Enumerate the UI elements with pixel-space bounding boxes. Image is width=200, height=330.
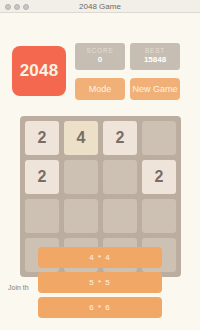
empty-cell xyxy=(142,121,176,155)
logo-tile: 2048 xyxy=(12,46,66,96)
mode-option-66[interactable]: 6 * 6 xyxy=(38,297,162,318)
mode-button[interactable]: Mode xyxy=(75,78,125,100)
new-game-button[interactable]: New Game xyxy=(130,78,180,100)
instructions-text: Join th xyxy=(8,284,29,291)
tile-2: 2 xyxy=(25,121,59,155)
empty-cell xyxy=(25,199,59,233)
empty-cell xyxy=(64,199,98,233)
tile-2: 2 xyxy=(142,160,176,194)
empty-cell xyxy=(103,199,137,233)
tile-2: 2 xyxy=(25,160,59,194)
tile-2: 2 xyxy=(103,121,137,155)
score-box: SCORE 0 xyxy=(75,43,125,70)
empty-cell xyxy=(142,199,176,233)
app-window: 2048 Game 2048 SCORE 0 BEST 15848 Mode N… xyxy=(0,0,200,330)
best-value: 15848 xyxy=(130,55,180,64)
tile-4: 4 xyxy=(64,121,98,155)
score-label: SCORE xyxy=(75,47,125,54)
best-box: BEST 15848 xyxy=(130,43,180,70)
best-label: BEST xyxy=(130,47,180,54)
window-title: 2048 Game xyxy=(0,0,200,13)
mode-menu: 4 * 45 * 56 * 6 xyxy=(38,247,162,322)
score-value: 0 xyxy=(75,55,125,64)
title-bar: 2048 Game xyxy=(0,0,200,13)
empty-cell xyxy=(103,160,137,194)
mode-option-55[interactable]: 5 * 5 xyxy=(38,272,162,293)
empty-cell xyxy=(64,160,98,194)
mode-option-44[interactable]: 4 * 4 xyxy=(38,247,162,268)
